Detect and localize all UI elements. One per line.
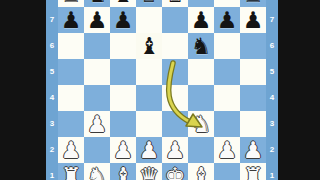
rank-label-7: 7 [46, 7, 58, 33]
piece-black-pawn-b7: ♟ [84, 7, 110, 33]
square-h4 [240, 85, 266, 111]
square-b7: ♟ [84, 7, 110, 33]
square-d8: ♛ [136, 0, 162, 7]
piece-white-rook-h1: ♜ [240, 163, 266, 180]
square-a6 [58, 33, 84, 59]
square-c2: ♟ [110, 137, 136, 163]
square-f7: ♟ [188, 7, 214, 33]
square-f8 [188, 0, 214, 7]
piece-white-pawn-b3: ♟ [84, 111, 110, 137]
square-g8 [214, 0, 240, 7]
square-b4 [84, 85, 110, 111]
square-g4 [214, 85, 240, 111]
rank-label-3: 3 [46, 111, 58, 137]
piece-white-queen-d1: ♛ [136, 163, 162, 180]
square-e4 [162, 85, 188, 111]
square-e5 [162, 59, 188, 85]
rank-label-4: 4 [266, 85, 278, 111]
square-d1: ♛ [136, 163, 162, 180]
piece-black-knight-f6: ♞ [188, 33, 214, 59]
piece-black-pawn-g7: ♟ [214, 7, 240, 33]
piece-black-king-e8: ♚ [162, 0, 188, 7]
chess-board: 87654321 ♜♞♝♛♚♜♟♟♟♟♟♟♝♞♟♞♟♟♟♟♟♟♜♞♝♛♚♝♜ 8… [46, 0, 278, 180]
square-h5 [240, 59, 266, 85]
square-c7: ♟ [110, 7, 136, 33]
square-f6: ♞ [188, 33, 214, 59]
rank-label-5: 5 [266, 59, 278, 85]
square-d7 [136, 7, 162, 33]
square-e7 [162, 7, 188, 33]
rank-labels-right: 87654321 [266, 0, 278, 180]
square-h6 [240, 33, 266, 59]
square-b6 [84, 33, 110, 59]
square-e2: ♟ [162, 137, 188, 163]
piece-black-pawn-f7: ♟ [188, 7, 214, 33]
piece-white-bishop-c1: ♝ [110, 163, 136, 180]
square-c5 [110, 59, 136, 85]
square-e6 [162, 33, 188, 59]
square-c8: ♝ [110, 0, 136, 7]
square-d4 [136, 85, 162, 111]
piece-white-knight-f3: ♞ [188, 111, 214, 137]
letterbox-bar-left [0, 0, 46, 180]
square-c3 [110, 111, 136, 137]
square-c6 [110, 33, 136, 59]
square-e3 [162, 111, 188, 137]
square-g1 [214, 163, 240, 180]
piece-black-knight-b8: ♞ [84, 0, 110, 7]
square-a8: ♜ [58, 0, 84, 7]
square-f2 [188, 137, 214, 163]
square-f5 [188, 59, 214, 85]
rank-labels-left: 87654321 [46, 0, 58, 180]
letterbox-bar-right [278, 0, 320, 180]
rank-label-8: 8 [46, 0, 58, 7]
square-h7: ♟ [240, 7, 266, 33]
square-d3 [136, 111, 162, 137]
piece-white-pawn-g2: ♟ [214, 137, 240, 163]
rank-label-8: 8 [266, 0, 278, 7]
square-g6 [214, 33, 240, 59]
piece-white-pawn-e2: ♟ [162, 137, 188, 163]
piece-white-knight-b1: ♞ [84, 163, 110, 180]
piece-black-pawn-a7: ♟ [58, 7, 84, 33]
square-d5 [136, 59, 162, 85]
square-a3 [58, 111, 84, 137]
piece-black-bishop-c8: ♝ [110, 0, 136, 7]
piece-white-pawn-h2: ♟ [240, 137, 266, 163]
square-a7: ♟ [58, 7, 84, 33]
square-g5 [214, 59, 240, 85]
square-f4 [188, 85, 214, 111]
square-a5 [58, 59, 84, 85]
square-b3: ♟ [84, 111, 110, 137]
square-g2: ♟ [214, 137, 240, 163]
square-c4 [110, 85, 136, 111]
square-b5 [84, 59, 110, 85]
rank-label-3: 3 [266, 111, 278, 137]
rank-label-6: 6 [46, 33, 58, 59]
rank-label-6: 6 [266, 33, 278, 59]
square-h1: ♜ [240, 163, 266, 180]
square-e1: ♚ [162, 163, 188, 180]
square-f1: ♝ [188, 163, 214, 180]
square-g7: ♟ [214, 7, 240, 33]
square-b2 [84, 137, 110, 163]
piece-white-pawn-a2: ♟ [58, 137, 84, 163]
square-h8: ♜ [240, 0, 266, 7]
piece-black-pawn-h7: ♟ [240, 7, 266, 33]
rank-label-1: 1 [46, 163, 58, 180]
piece-white-bishop-f1: ♝ [188, 163, 214, 180]
square-a4 [58, 85, 84, 111]
piece-black-queen-d8: ♛ [136, 0, 162, 7]
rank-label-2: 2 [266, 137, 278, 163]
rank-label-7: 7 [266, 7, 278, 33]
square-h3 [240, 111, 266, 137]
piece-black-pawn-c7: ♟ [110, 7, 136, 33]
square-b8: ♞ [84, 0, 110, 7]
square-c1: ♝ [110, 163, 136, 180]
square-d6: ♝ [136, 33, 162, 59]
square-e8: ♚ [162, 0, 188, 7]
video-frame: 87654321 ♜♞♝♛♚♜♟♟♟♟♟♟♝♞♟♞♟♟♟♟♟♟♜♞♝♛♚♝♜ 8… [0, 0, 320, 180]
rank-label-1: 1 [266, 163, 278, 180]
square-h2: ♟ [240, 137, 266, 163]
piece-black-rook-a8: ♜ [58, 0, 84, 7]
board-grid: ♜♞♝♛♚♜♟♟♟♟♟♟♝♞♟♞♟♟♟♟♟♟♜♞♝♛♚♝♜ [58, 0, 266, 180]
rank-label-5: 5 [46, 59, 58, 85]
square-g3 [214, 111, 240, 137]
piece-white-pawn-c2: ♟ [110, 137, 136, 163]
square-a2: ♟ [58, 137, 84, 163]
square-d2: ♟ [136, 137, 162, 163]
rank-label-4: 4 [46, 85, 58, 111]
piece-white-pawn-d2: ♟ [136, 137, 162, 163]
piece-white-king-e1: ♚ [162, 163, 188, 180]
piece-black-bishop-d6: ♝ [136, 33, 162, 59]
piece-black-rook-h8: ♜ [240, 0, 266, 7]
square-b1: ♞ [84, 163, 110, 180]
square-f3: ♞ [188, 111, 214, 137]
square-a1: ♜ [58, 163, 84, 180]
rank-label-2: 2 [46, 137, 58, 163]
piece-white-rook-a1: ♜ [58, 163, 84, 180]
